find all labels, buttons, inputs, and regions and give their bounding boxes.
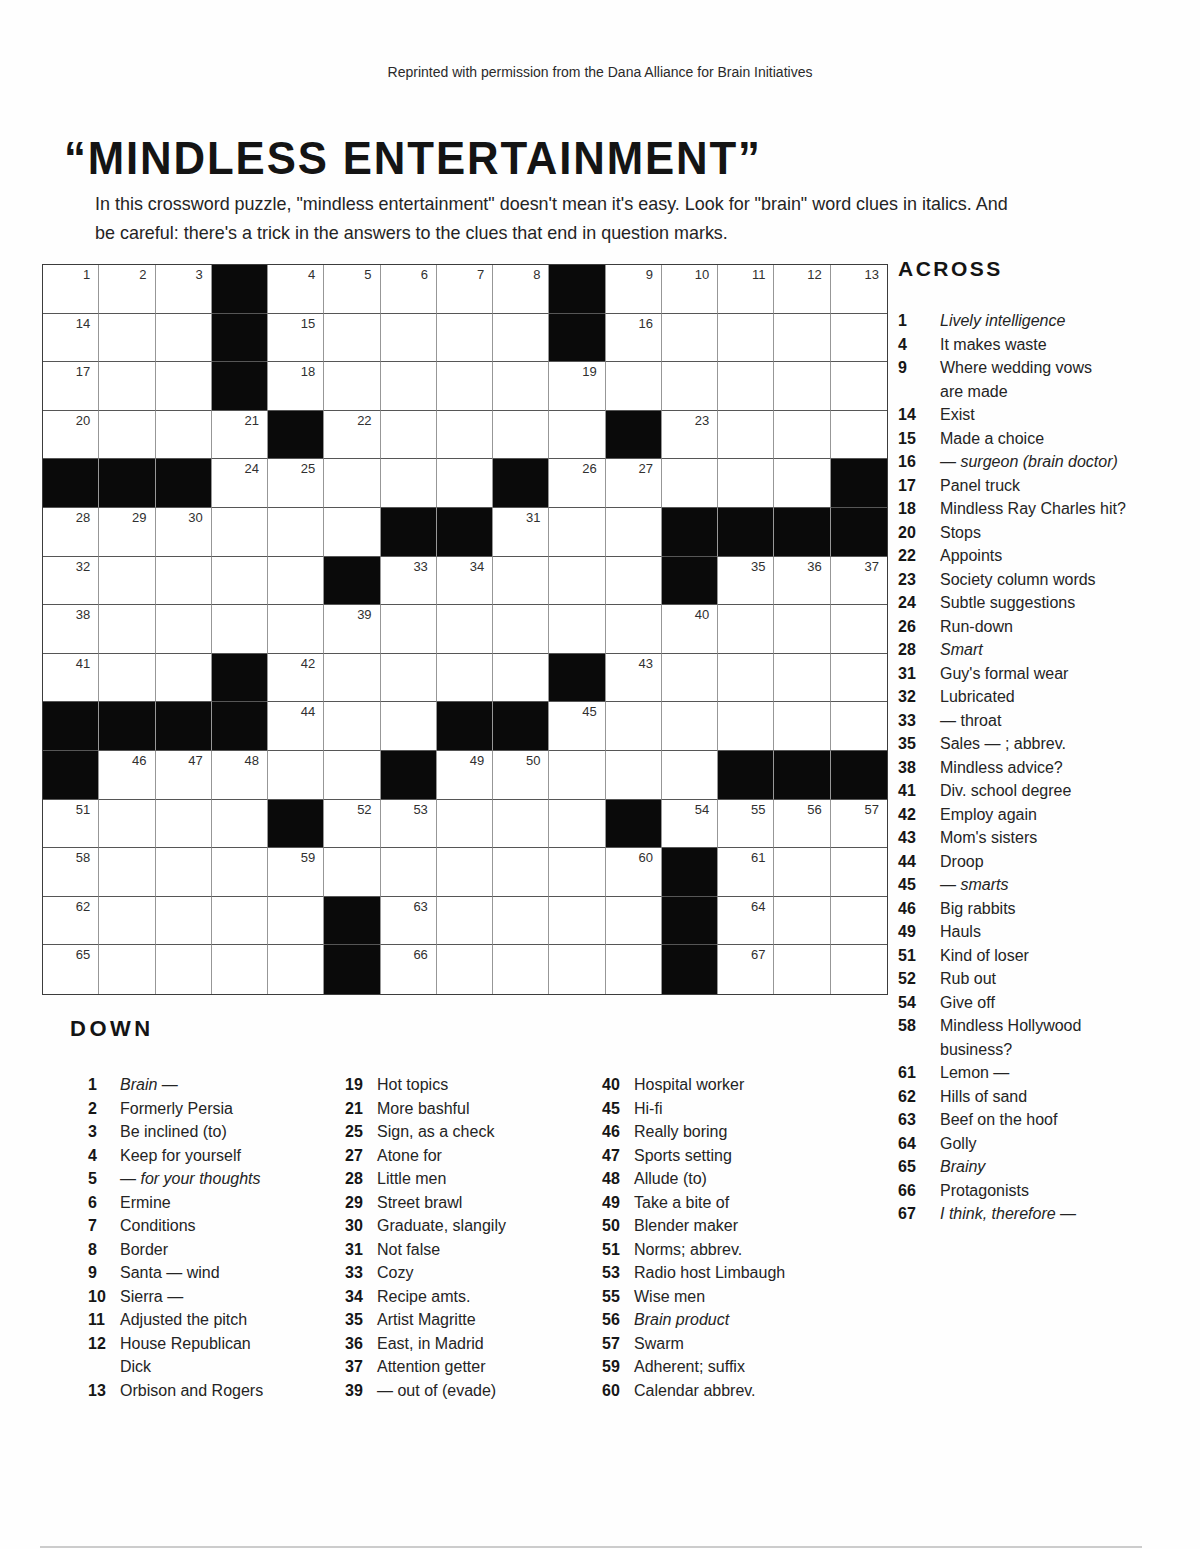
grid-cell[interactable] xyxy=(437,459,493,508)
clue-number: 53 xyxy=(602,1261,620,1285)
grid-cell[interactable] xyxy=(268,897,324,946)
clue-item: 42Employ again xyxy=(898,803,1163,827)
grid-cell[interactable]: 65 xyxy=(43,945,99,994)
grid-cell[interactable] xyxy=(662,654,718,703)
clue-item: 18Mindless Ray Charles hit? xyxy=(898,497,1163,521)
grid-cell[interactable] xyxy=(549,508,605,557)
grid-cell[interactable] xyxy=(493,945,549,994)
grid-cell[interactable]: 67 xyxy=(718,945,774,994)
grid-cell[interactable]: 35 xyxy=(718,557,774,606)
clue-number: 32 xyxy=(898,685,916,709)
grid-cell[interactable] xyxy=(831,654,887,703)
grid-cell[interactable]: 38 xyxy=(43,605,99,654)
cell-number: 25 xyxy=(301,461,315,476)
clue-item: 4Keep for yourself xyxy=(88,1144,333,1168)
clue-text: Give off xyxy=(940,994,995,1011)
clue-text: Hi-fi xyxy=(634,1100,662,1117)
black-cell xyxy=(774,751,830,800)
cell-number: 16 xyxy=(638,316,652,331)
grid-cell[interactable] xyxy=(718,362,774,411)
grid-cell[interactable]: 50 xyxy=(493,751,549,800)
grid-cell[interactable] xyxy=(324,314,380,363)
grid-cell[interactable] xyxy=(381,314,437,363)
grid-cell[interactable]: 53 xyxy=(381,800,437,849)
clue-item: 47Sports setting xyxy=(602,1144,847,1168)
grid-cell[interactable] xyxy=(662,459,718,508)
grid-cell[interactable] xyxy=(493,897,549,946)
grid-cell[interactable] xyxy=(493,800,549,849)
black-cell xyxy=(549,654,605,703)
cell-number: 19 xyxy=(582,364,596,379)
clue-text: Beef on the hoof xyxy=(940,1111,1057,1128)
clue-number: 56 xyxy=(602,1308,620,1332)
grid-cell[interactable]: 31 xyxy=(493,508,549,557)
clue-number: 57 xyxy=(602,1332,620,1356)
grid-cell[interactable] xyxy=(774,897,830,946)
clue-item: 22Appoints xyxy=(898,544,1163,568)
clue-text: Cozy xyxy=(377,1264,413,1281)
grid-cell[interactable] xyxy=(437,800,493,849)
grid-cell[interactable] xyxy=(324,362,380,411)
grid-cell[interactable]: 22 xyxy=(324,411,380,460)
clue-text: Golly xyxy=(940,1135,976,1152)
grid-cell[interactable] xyxy=(662,751,718,800)
credit-line: Reprinted with permission from the Dana … xyxy=(0,64,1200,80)
crossword-page: Reprinted with permission from the Dana … xyxy=(0,0,1200,1549)
grid-cell[interactable]: 29 xyxy=(99,508,155,557)
clue-item: 43Mom's sisters xyxy=(898,826,1163,850)
cell-number: 58 xyxy=(76,850,90,865)
grid-cell[interactable]: 30 xyxy=(156,508,212,557)
black-cell xyxy=(437,702,493,751)
grid-cell[interactable] xyxy=(549,945,605,994)
grid-cell[interactable] xyxy=(268,557,324,606)
grid-cell[interactable]: 55 xyxy=(718,800,774,849)
cell-number: 23 xyxy=(695,413,709,428)
grid-cell[interactable] xyxy=(437,314,493,363)
cell-number: 15 xyxy=(301,316,315,331)
grid-cell[interactable] xyxy=(324,702,380,751)
grid-cell[interactable] xyxy=(831,945,887,994)
grid-cell[interactable] xyxy=(493,314,549,363)
grid-cell[interactable] xyxy=(831,362,887,411)
grid-cell[interactable] xyxy=(324,654,380,703)
grid-cell[interactable] xyxy=(381,362,437,411)
grid-cell[interactable]: 56 xyxy=(774,800,830,849)
grid-cell[interactable] xyxy=(718,459,774,508)
grid-cell[interactable] xyxy=(493,605,549,654)
clue-item: 21More bashful xyxy=(345,1097,590,1121)
grid-cell[interactable] xyxy=(212,945,268,994)
grid-cell[interactable]: 4 xyxy=(268,265,324,314)
grid-cell[interactable]: 51 xyxy=(43,800,99,849)
grid-cell[interactable] xyxy=(212,508,268,557)
clue-text: Calendar abbrev. xyxy=(634,1382,756,1399)
black-cell xyxy=(381,751,437,800)
grid-cell[interactable] xyxy=(493,654,549,703)
clue-text: Protagonists xyxy=(940,1182,1029,1199)
grid-cell[interactable] xyxy=(99,605,155,654)
clue-text: Wise men xyxy=(634,1288,705,1305)
grid-cell[interactable] xyxy=(549,557,605,606)
grid-cell[interactable]: 7 xyxy=(437,265,493,314)
grid-cell[interactable]: 24 xyxy=(212,459,268,508)
grid-cell[interactable] xyxy=(381,411,437,460)
grid-cell[interactable] xyxy=(268,945,324,994)
clue-text: Border xyxy=(120,1241,168,1258)
grid-cell[interactable] xyxy=(381,702,437,751)
grid-cell[interactable] xyxy=(437,411,493,460)
grid-cell[interactable] xyxy=(156,411,212,460)
grid-cell[interactable] xyxy=(99,362,155,411)
grid-cell[interactable] xyxy=(268,508,324,557)
clue-text: Sports setting xyxy=(634,1147,732,1164)
grid-cell[interactable] xyxy=(437,848,493,897)
clue-item: 34Recipe amts. xyxy=(345,1285,590,1309)
clue-item: 39— out of (evade) xyxy=(345,1379,590,1403)
grid-cell[interactable] xyxy=(493,362,549,411)
clue-item: 49Take a bite of xyxy=(602,1191,847,1215)
clue-number: 67 xyxy=(898,1202,916,1226)
clue-item: 36East, in Madrid xyxy=(345,1332,590,1356)
grid-cell[interactable] xyxy=(831,702,887,751)
grid-cell[interactable]: 18 xyxy=(268,362,324,411)
clue-text: Adherent; suffix xyxy=(634,1358,745,1375)
grid-cell[interactable] xyxy=(662,314,718,363)
cell-number: 20 xyxy=(76,413,90,428)
grid-cell[interactable] xyxy=(268,751,324,800)
grid-cell[interactable] xyxy=(774,459,830,508)
grid-cell[interactable]: 8 xyxy=(493,265,549,314)
clue-number: 40 xyxy=(602,1073,620,1097)
grid-cell[interactable] xyxy=(831,848,887,897)
grid-cell[interactable]: 41 xyxy=(43,654,99,703)
clue-number: 31 xyxy=(898,662,916,686)
black-cell xyxy=(831,459,887,508)
grid-cell[interactable] xyxy=(718,411,774,460)
grid-cell[interactable] xyxy=(99,848,155,897)
clue-number: 30 xyxy=(345,1214,363,1238)
clue-item: 66Protagonists xyxy=(898,1179,1163,1203)
cell-number: 4 xyxy=(308,267,315,282)
grid-cell[interactable]: 10 xyxy=(662,265,718,314)
grid-cell[interactable]: 9 xyxy=(606,265,662,314)
clue-text: Mindless advice? xyxy=(940,759,1063,776)
clue-number: 37 xyxy=(345,1355,363,1379)
grid-cell[interactable] xyxy=(493,411,549,460)
grid-cell[interactable]: 40 xyxy=(662,605,718,654)
grid-cell[interactable]: 45 xyxy=(549,702,605,751)
grid-cell[interactable] xyxy=(549,848,605,897)
clue-text: Santa — wind xyxy=(120,1264,220,1281)
cell-number: 29 xyxy=(132,510,146,525)
grid-cell[interactable] xyxy=(99,945,155,994)
grid-cell[interactable] xyxy=(549,411,605,460)
grid-cell[interactable] xyxy=(606,508,662,557)
cell-number: 2 xyxy=(139,267,146,282)
grid-cell[interactable] xyxy=(606,945,662,994)
clue-item: 35Artist Magritte xyxy=(345,1308,590,1332)
grid-cell[interactable]: 48 xyxy=(212,751,268,800)
grid-cell[interactable] xyxy=(156,362,212,411)
grid-cell[interactable] xyxy=(99,557,155,606)
grid-cell[interactable] xyxy=(549,897,605,946)
grid-cell[interactable] xyxy=(718,702,774,751)
clue-item: 46Big rabbits xyxy=(898,897,1163,921)
grid-cell[interactable]: 16 xyxy=(606,314,662,363)
clue-number: 35 xyxy=(345,1308,363,1332)
grid-cell[interactable]: 42 xyxy=(268,654,324,703)
grid-cell[interactable]: 39 xyxy=(324,605,380,654)
grid-cell[interactable] xyxy=(324,751,380,800)
grid-cell[interactable] xyxy=(774,605,830,654)
grid-cell[interactable] xyxy=(99,314,155,363)
grid-cell[interactable]: 26 xyxy=(549,459,605,508)
clue-number: 15 xyxy=(898,427,916,451)
clue-text: Droop xyxy=(940,853,984,870)
cell-number: 57 xyxy=(865,802,879,817)
clue-item: 10Sierra — xyxy=(88,1285,333,1309)
grid-cell[interactable] xyxy=(549,751,605,800)
grid-cell[interactable]: 61 xyxy=(718,848,774,897)
grid-cell[interactable] xyxy=(718,314,774,363)
grid-cell[interactable]: 62 xyxy=(43,897,99,946)
grid-cell[interactable] xyxy=(606,751,662,800)
grid-cell[interactable]: 32 xyxy=(43,557,99,606)
grid-cell[interactable] xyxy=(99,800,155,849)
grid-cell[interactable] xyxy=(493,848,549,897)
cell-number: 6 xyxy=(421,267,428,282)
grid-cell[interactable] xyxy=(606,362,662,411)
grid-cell[interactable]: 23 xyxy=(662,411,718,460)
grid-cell[interactable]: 46 xyxy=(99,751,155,800)
clue-item: 59Adherent; suffix xyxy=(602,1355,847,1379)
grid-cell[interactable] xyxy=(831,897,887,946)
clue-number: 55 xyxy=(602,1285,620,1309)
down-heading: DOWN xyxy=(70,1016,154,1042)
grid-cell[interactable] xyxy=(437,654,493,703)
clue-number: 9 xyxy=(898,356,907,380)
grid-cell[interactable]: 37 xyxy=(831,557,887,606)
grid-cell[interactable] xyxy=(156,800,212,849)
clue-item: 35Sales — ; abbrev. xyxy=(898,732,1163,756)
clue-item: 17Panel truck xyxy=(898,474,1163,498)
grid-cell[interactable]: 57 xyxy=(831,800,887,849)
grid-cell[interactable]: 58 xyxy=(43,848,99,897)
cell-number: 56 xyxy=(807,802,821,817)
grid-cell[interactable] xyxy=(718,605,774,654)
black-cell xyxy=(718,508,774,557)
clue-number: 50 xyxy=(602,1214,620,1238)
grid-cell[interactable] xyxy=(381,848,437,897)
grid-cell[interactable] xyxy=(606,605,662,654)
grid-cell[interactable] xyxy=(774,848,830,897)
grid-cell[interactable] xyxy=(437,362,493,411)
grid-cell[interactable]: 49 xyxy=(437,751,493,800)
clue-number: 29 xyxy=(345,1191,363,1215)
grid-cell[interactable] xyxy=(718,654,774,703)
grid-cell[interactable] xyxy=(437,605,493,654)
grid-cell[interactable] xyxy=(774,411,830,460)
grid-cell[interactable]: 27 xyxy=(606,459,662,508)
black-cell xyxy=(156,702,212,751)
grid-cell[interactable]: 33 xyxy=(381,557,437,606)
clue-text: Brainy xyxy=(940,1158,985,1175)
clue-item: 40Hospital worker xyxy=(602,1073,847,1097)
grid-cell[interactable] xyxy=(437,945,493,994)
grid-cell[interactable]: 3 xyxy=(156,265,212,314)
cell-number: 5 xyxy=(364,267,371,282)
grid-cell[interactable]: 14 xyxy=(43,314,99,363)
grid-cell[interactable]: 25 xyxy=(268,459,324,508)
clue-number: 28 xyxy=(898,638,916,662)
clue-number: 46 xyxy=(602,1120,620,1144)
grid-cell[interactable] xyxy=(606,702,662,751)
grid-cell[interactable] xyxy=(156,897,212,946)
grid-cell[interactable]: 52 xyxy=(324,800,380,849)
grid-cell[interactable]: 1 xyxy=(43,265,99,314)
clue-number: 61 xyxy=(898,1061,916,1085)
clue-item: 41Div. school degree xyxy=(898,779,1163,803)
black-cell xyxy=(99,459,155,508)
grid-cell[interactable]: 54 xyxy=(662,800,718,849)
black-cell xyxy=(662,508,718,557)
grid-cell[interactable]: 44 xyxy=(268,702,324,751)
grid-cell[interactable] xyxy=(662,702,718,751)
clue-item: 9Santa — wind xyxy=(88,1261,333,1285)
cell-number: 63 xyxy=(413,899,427,914)
grid-cell[interactable] xyxy=(662,362,718,411)
grid-cell[interactable]: 36 xyxy=(774,557,830,606)
clue-text: Hauls xyxy=(940,923,981,940)
grid-cell[interactable] xyxy=(606,557,662,606)
cell-number: 22 xyxy=(357,413,371,428)
grid-cell[interactable]: 21 xyxy=(212,411,268,460)
grid-cell[interactable]: 64 xyxy=(718,897,774,946)
grid-cell[interactable] xyxy=(774,362,830,411)
grid-cell[interactable]: 12 xyxy=(774,265,830,314)
grid-cell[interactable] xyxy=(212,557,268,606)
grid-cell[interactable] xyxy=(549,800,605,849)
grid-cell[interactable] xyxy=(774,945,830,994)
clue-text: More bashful xyxy=(377,1100,470,1117)
clue-text: Atone for xyxy=(377,1147,442,1164)
clue-number: 54 xyxy=(898,991,916,1015)
grid-cell[interactable] xyxy=(606,897,662,946)
grid-cell[interactable]: 66 xyxy=(381,945,437,994)
clue-number: 59 xyxy=(602,1355,620,1379)
grid-cell[interactable] xyxy=(212,605,268,654)
black-cell xyxy=(212,314,268,363)
grid-cell[interactable] xyxy=(774,654,830,703)
cell-number: 50 xyxy=(526,753,540,768)
clue-text: Brain — xyxy=(120,1076,178,1093)
grid-cell[interactable]: 20 xyxy=(43,411,99,460)
grid-cell[interactable] xyxy=(324,508,380,557)
grid-cell[interactable] xyxy=(156,314,212,363)
clue-item: 11Adjusted the pitch xyxy=(88,1308,333,1332)
clue-item: 49Hauls xyxy=(898,920,1163,944)
grid-cell[interactable] xyxy=(268,605,324,654)
grid-cell[interactable]: 11 xyxy=(718,265,774,314)
grid-cell[interactable] xyxy=(831,605,887,654)
clue-item: 64Golly xyxy=(898,1132,1163,1156)
down-clue-column-2: 19Hot topics21More bashful25Sign, as a c… xyxy=(345,1073,590,1402)
grid-cell[interactable] xyxy=(99,411,155,460)
grid-cell[interactable] xyxy=(212,800,268,849)
grid-cell[interactable]: 13 xyxy=(831,265,887,314)
clue-number: 60 xyxy=(602,1379,620,1403)
grid-cell[interactable] xyxy=(156,654,212,703)
grid-cell[interactable]: 15 xyxy=(268,314,324,363)
grid-cell[interactable] xyxy=(156,605,212,654)
grid-cell[interactable] xyxy=(493,557,549,606)
grid-cell[interactable]: 19 xyxy=(549,362,605,411)
grid-cell[interactable]: 43 xyxy=(606,654,662,703)
grid-cell[interactable] xyxy=(99,654,155,703)
grid-cell[interactable]: 59 xyxy=(268,848,324,897)
grid-cell[interactable] xyxy=(324,459,380,508)
clue-text: Formerly Persia xyxy=(120,1100,233,1117)
grid-cell[interactable] xyxy=(774,314,830,363)
cell-number: 14 xyxy=(76,316,90,331)
grid-cell[interactable] xyxy=(381,459,437,508)
grid-cell[interactable] xyxy=(774,702,830,751)
clue-number: 33 xyxy=(898,709,916,733)
grid-cell[interactable]: 5 xyxy=(324,265,380,314)
clue-item: 19Hot topics xyxy=(345,1073,590,1097)
clue-number: 26 xyxy=(898,615,916,639)
black-cell xyxy=(831,751,887,800)
grid-cell[interactable]: 6 xyxy=(381,265,437,314)
grid-cell[interactable] xyxy=(212,848,268,897)
grid-cell[interactable] xyxy=(212,897,268,946)
grid-cell[interactable]: 47 xyxy=(156,751,212,800)
clue-text: Panel truck xyxy=(940,477,1020,494)
grid-cell[interactable] xyxy=(99,897,155,946)
clue-item: 28Little men xyxy=(345,1167,590,1191)
cell-number: 34 xyxy=(470,559,484,574)
grid-cell[interactable] xyxy=(437,897,493,946)
grid-cell[interactable] xyxy=(156,557,212,606)
grid-cell[interactable] xyxy=(156,945,212,994)
clue-text: Radio host Limbaugh xyxy=(634,1264,785,1281)
grid-cell[interactable] xyxy=(156,848,212,897)
grid-cell[interactable]: 28 xyxy=(43,508,99,557)
clue-number: 48 xyxy=(602,1167,620,1191)
grid-cell[interactable] xyxy=(831,411,887,460)
black-cell xyxy=(381,508,437,557)
grid-cell[interactable]: 60 xyxy=(606,848,662,897)
grid-cell[interactable]: 34 xyxy=(437,557,493,606)
grid-cell[interactable] xyxy=(831,314,887,363)
grid-cell[interactable] xyxy=(549,605,605,654)
grid-cell[interactable]: 63 xyxy=(381,897,437,946)
cell-number: 41 xyxy=(76,656,90,671)
cell-number: 54 xyxy=(695,802,709,817)
grid-cell[interactable] xyxy=(324,848,380,897)
grid-cell[interactable] xyxy=(381,605,437,654)
grid-cell[interactable] xyxy=(381,654,437,703)
across-clue-list: 1Lively intelligence4It makes waste9Wher… xyxy=(898,309,1163,1226)
clue-item: 1Brain — xyxy=(88,1073,333,1097)
clue-item: 14Exist xyxy=(898,403,1163,427)
grid-cell[interactable]: 17 xyxy=(43,362,99,411)
clue-number: 38 xyxy=(898,756,916,780)
clue-item: 32Lubricated xyxy=(898,685,1163,709)
clue-text: Hot topics xyxy=(377,1076,448,1093)
grid-cell[interactable]: 2 xyxy=(99,265,155,314)
